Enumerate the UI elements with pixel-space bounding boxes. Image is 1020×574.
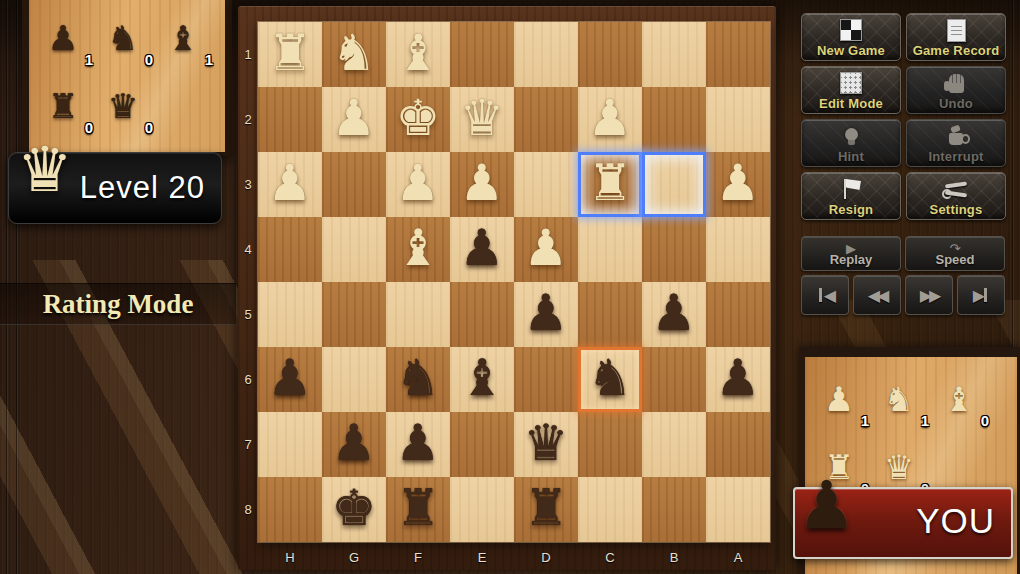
square-c4[interactable]	[578, 217, 642, 282]
rank-label-3: 3	[238, 152, 258, 217]
square-c5[interactable]	[578, 282, 642, 347]
file-label-H: H	[258, 546, 322, 570]
captured-bishop-count: 1	[205, 51, 213, 68]
bishop-icon: ♝	[168, 21, 198, 55]
square-b7[interactable]	[642, 412, 706, 477]
square-f5[interactable]	[386, 282, 450, 347]
square-a8[interactable]	[706, 477, 770, 542]
square-h2[interactable]	[258, 87, 322, 152]
square-d4[interactable]: ♟	[514, 217, 578, 282]
rewind-icon: ◀◀	[868, 286, 887, 305]
interrupt-button[interactable]: Interrupt	[906, 119, 1006, 167]
square-a6[interactable]: ♟	[706, 347, 770, 412]
button-label: New Game	[817, 43, 885, 58]
white-rook-h1: ♜	[258, 22, 322, 85]
undo-hand-icon-shape	[949, 74, 964, 93]
replay-panel: ▶Replay↷Speed ◀◀◀▶▶▶	[801, 236, 1005, 315]
square-c6[interactable]: ♞	[578, 347, 642, 412]
square-f6[interactable]: ♞	[386, 347, 450, 412]
edit-mode-icon	[840, 71, 862, 95]
skip-to-start-button[interactable]: ◀	[801, 275, 849, 315]
square-a7[interactable]	[706, 412, 770, 477]
queen-icon: ♛	[884, 450, 914, 484]
fast-forward-button[interactable]: ▶▶	[905, 275, 953, 315]
menu-button-grid: New GameGame RecordEdit ModeUndoHintInte…	[801, 13, 1006, 220]
rook-icon: ♜	[48, 89, 78, 123]
black-pawn-a6: ♟	[706, 347, 770, 410]
new-game-icon-shape	[840, 19, 862, 41]
level-label: Level 20	[80, 153, 205, 223]
square-g3[interactable]	[322, 152, 386, 217]
square-b5[interactable]: ♟	[642, 282, 706, 347]
black-pawn-avatar-icon: ♟	[797, 473, 856, 539]
square-b3[interactable]	[642, 152, 706, 217]
black-bishop-e6: ♝	[450, 347, 514, 410]
file-label-G: G	[322, 546, 386, 570]
file-label-D: D	[514, 546, 578, 570]
undo-button[interactable]: Undo	[906, 66, 1006, 114]
bar	[984, 288, 987, 302]
interrupt-cup-icon-shape	[949, 133, 963, 145]
square-e5[interactable]	[450, 282, 514, 347]
captured-bishop: ♝0	[931, 367, 987, 431]
captured-knight-count: 1	[921, 412, 929, 429]
button-label: Undo	[939, 96, 973, 111]
new-game-icon	[840, 18, 862, 42]
square-h3[interactable]: ♟	[258, 152, 322, 217]
file-labels: HGFEDCBA	[258, 546, 770, 570]
square-f3[interactable]: ♟	[386, 152, 450, 217]
square-e2[interactable]: ♛	[450, 87, 514, 152]
black-pawn-b5: ♟	[642, 282, 706, 345]
square-e7[interactable]	[450, 412, 514, 477]
bar	[819, 288, 822, 302]
mode-banner: Rating Mode	[0, 283, 236, 325]
pawn-icon: ♟	[824, 382, 854, 416]
rank-label-8: 8	[238, 477, 258, 542]
resign-flag-icon-shape	[840, 178, 862, 200]
square-g6[interactable]	[322, 347, 386, 412]
white-pawn-e3: ♟	[450, 152, 514, 215]
square-g8[interactable]: ♚	[322, 477, 386, 542]
white-pawn-a3: ♟	[706, 152, 770, 215]
rank-labels: 12345678	[238, 22, 258, 542]
square-c3[interactable]: ♜	[578, 152, 642, 217]
square-e3[interactable]: ♟	[450, 152, 514, 217]
square-g2[interactable]: ♟	[322, 87, 386, 152]
speed-button[interactable]: ↷Speed	[905, 236, 1005, 271]
captured-queen-count: 0	[145, 119, 153, 136]
wrench-head-icon	[941, 188, 952, 199]
square-f7[interactable]: ♟	[386, 412, 450, 477]
button-label: Game Record	[913, 43, 1000, 58]
settings-tools-icon	[943, 177, 969, 201]
white-queen-e2: ♛	[450, 87, 514, 150]
square-a1[interactable]	[706, 22, 770, 87]
square-h4[interactable]	[258, 217, 322, 282]
button-label: Hint	[838, 149, 864, 164]
white-knight-g1: ♞	[322, 22, 386, 85]
square-g7[interactable]: ♟	[322, 412, 386, 477]
captured-pawn: ♟1	[811, 367, 867, 431]
mode-label: Rating Mode	[43, 289, 194, 320]
button-label: Settings	[930, 202, 983, 217]
square-f4[interactable]: ♝	[386, 217, 450, 282]
square-e6[interactable]: ♝	[450, 347, 514, 412]
interrupt-cup-icon	[949, 124, 963, 148]
square-e8[interactable]	[450, 477, 514, 542]
rank-label-2: 2	[238, 87, 258, 152]
bishop-icon: ♝	[944, 382, 974, 416]
square-a2[interactable]	[706, 87, 770, 152]
rank-label-6: 6	[238, 347, 258, 412]
black-pawn-h6: ♟	[258, 347, 322, 410]
edit-mode-icon-shape	[840, 72, 862, 94]
edit-mode-button[interactable]: Edit Mode	[801, 66, 901, 114]
white-bishop-f1: ♝	[386, 22, 450, 85]
file-label-F: F	[386, 546, 450, 570]
square-a5[interactable]	[706, 282, 770, 347]
captured-pawn: ♟1	[35, 6, 91, 70]
square-g1[interactable]: ♞	[322, 22, 386, 87]
white-pawn-g2: ♟	[322, 87, 386, 150]
opponent-level-banner: ♛ Level 20	[8, 152, 222, 224]
white-queen-avatar-icon: ♛	[17, 139, 73, 201]
fast-forward-icon: ▶▶	[920, 286, 939, 305]
white-king-f2: ♚	[386, 87, 450, 150]
square-h8[interactable]	[258, 477, 322, 542]
knight-icon: ♞	[884, 382, 914, 416]
captured-grid: ♟1♞0♝1♜0♛0	[33, 6, 213, 142]
square-f2[interactable]: ♚	[386, 87, 450, 152]
square-b2[interactable]	[642, 87, 706, 152]
rank-label-5: 5	[238, 282, 258, 347]
hint-bulb-icon	[845, 124, 858, 148]
black-pawn-g7: ♟	[322, 412, 386, 475]
queen-icon: ♛	[108, 89, 138, 123]
captured-bishop-count: 0	[981, 412, 989, 429]
transport-buttons-row: ◀◀◀▶▶▶	[801, 275, 1005, 315]
black-pawn-e4: ♟	[450, 217, 514, 280]
file-label-B: B	[642, 546, 706, 570]
captured-knight-count: 0	[145, 51, 153, 68]
square-b1[interactable]	[642, 22, 706, 87]
button-label: Resign	[829, 202, 874, 217]
white-rook-c3: ♜	[578, 152, 642, 215]
rank-label-7: 7	[238, 412, 258, 477]
square-e1[interactable]	[450, 22, 514, 87]
square-a4[interactable]	[706, 217, 770, 282]
button-label: Replay	[830, 253, 873, 266]
square-g5[interactable]	[322, 282, 386, 347]
player-banner: ♟ YOU	[793, 487, 1013, 559]
captured-pawn-count: 1	[861, 412, 869, 429]
square-c2[interactable]: ♟	[578, 87, 642, 152]
game-record-icon	[947, 18, 966, 42]
square-h6[interactable]: ♟	[258, 347, 322, 412]
square-b4[interactable]	[642, 217, 706, 282]
hint-button[interactable]: Hint	[801, 119, 901, 167]
captured-rook-count: 0	[85, 119, 93, 136]
square-h5[interactable]	[258, 282, 322, 347]
white-pawn-f3: ♟	[386, 152, 450, 215]
square-c8[interactable]	[578, 477, 642, 542]
black-queen-d7: ♛	[514, 412, 578, 475]
resign-button[interactable]: Resign	[801, 172, 901, 220]
square-h7[interactable]	[258, 412, 322, 477]
file-label-A: A	[706, 546, 770, 570]
resign-flag-icon	[840, 177, 862, 201]
square-d3[interactable]	[514, 152, 578, 217]
square-f1[interactable]: ♝	[386, 22, 450, 87]
black-pawn-f7: ♟	[386, 412, 450, 475]
square-d1[interactable]	[514, 22, 578, 87]
white-pawn-h3: ♟	[258, 152, 322, 215]
replay-button[interactable]: ▶Replay	[801, 236, 901, 271]
square-d5[interactable]: ♟	[514, 282, 578, 347]
square-a3[interactable]: ♟	[706, 152, 770, 217]
game-record-icon-shape	[947, 19, 966, 42]
button-label: Speed	[935, 253, 974, 266]
game-record-button[interactable]: Game Record	[906, 13, 1006, 61]
button-label: Edit Mode	[819, 96, 883, 111]
square-b8[interactable]	[642, 477, 706, 542]
file-label-C: C	[578, 546, 642, 570]
white-pawn-d4: ♟	[514, 217, 578, 280]
hint-bulb-icon-shape	[845, 128, 858, 141]
black-knight-f6: ♞	[386, 347, 450, 410]
chess-board-frame: 12345678 ♜♞♝♟♚♛♟♟♟♟♜♟♝♟♟♟♟♟♞♝♞♟♟♟♛♚♜♜ HG…	[238, 6, 776, 570]
rank-label-1: 1	[238, 22, 258, 87]
black-king-g8: ♚	[322, 477, 386, 540]
white-pawn-c2: ♟	[578, 87, 642, 150]
square-g4[interactable]	[322, 217, 386, 282]
pawn-icon: ♟	[48, 21, 78, 55]
white-bishop-f4: ♝	[386, 217, 450, 280]
square-d8[interactable]: ♜	[514, 477, 578, 542]
file-label-E: E	[450, 546, 514, 570]
square-d7[interactable]: ♛	[514, 412, 578, 477]
black-rook-f8: ♜	[386, 477, 450, 540]
chess-board[interactable]: ♜♞♝♟♚♛♟♟♟♟♜♟♝♟♟♟♟♟♞♝♞♟♟♟♛♚♜♜	[258, 22, 770, 542]
rewind-button[interactable]: ◀◀	[853, 275, 901, 315]
captured-pawn-count: 1	[85, 51, 93, 68]
undo-hand-icon	[949, 71, 964, 95]
square-e4[interactable]: ♟	[450, 217, 514, 282]
black-rook-d8: ♜	[514, 477, 578, 540]
replay-buttons-row: ▶Replay↷Speed	[801, 236, 1005, 271]
skip-to-end-button[interactable]: ▶	[957, 275, 1005, 315]
captured-queen: ♛0	[95, 74, 151, 138]
new-game-button[interactable]: New Game	[801, 13, 901, 61]
square-h1[interactable]: ♜	[258, 22, 322, 87]
knight-icon: ♞	[108, 21, 138, 55]
button-label: Interrupt	[928, 149, 983, 164]
square-c7[interactable]	[578, 412, 642, 477]
square-b6[interactable]	[642, 347, 706, 412]
rank-label-4: 4	[238, 217, 258, 282]
settings-tools-icon-shape	[943, 180, 969, 198]
square-d6[interactable]	[514, 347, 578, 412]
square-d2[interactable]	[514, 87, 578, 152]
black-pawn-d5: ♟	[514, 282, 578, 345]
player-label: YOU	[916, 489, 995, 553]
square-f8[interactable]: ♜	[386, 477, 450, 542]
skip-to-end-icon: ▶	[973, 286, 982, 305]
captured-knight: ♞0	[95, 6, 151, 70]
captured-bishop: ♝1	[155, 6, 211, 70]
captured-rook: ♜0	[35, 74, 91, 138]
skip-to-start-icon: ◀	[824, 286, 833, 305]
captured-knight: ♞1	[871, 367, 927, 431]
black-knight-c6: ♞	[578, 347, 642, 410]
settings-button[interactable]: Settings	[906, 172, 1006, 220]
square-c1[interactable]	[578, 22, 642, 87]
